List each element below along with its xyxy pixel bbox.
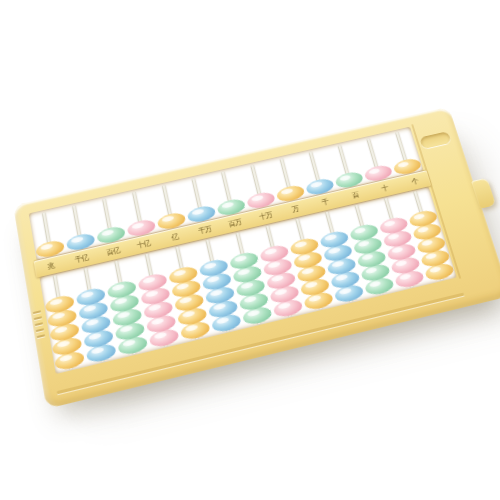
bead-cage: 兆千亿百亿十亿亿千万百万十万万千百十个 [29, 127, 457, 374]
upper-bead[interactable] [186, 204, 216, 224]
upper-bead[interactable] [157, 211, 187, 231]
upper-bead[interactable] [66, 232, 96, 253]
upper-bead[interactable] [96, 225, 126, 245]
right-side-tab [471, 178, 496, 209]
abacus-frame: 兆千亿百亿十亿亿千万百万十万万千百十个 [13, 107, 500, 409]
product-photo-background: 兆千亿百亿十亿亿千万百万十万万千百十个 [0, 0, 500, 500]
upper-bead[interactable] [363, 164, 393, 184]
upper-bead[interactable] [126, 218, 156, 238]
upper-bead[interactable] [246, 190, 276, 210]
upper-bead[interactable] [305, 177, 335, 197]
abacus-board-wrapper: 兆千亿百亿十亿亿千万百万十万万千百十个 [13, 107, 500, 409]
upper-bead[interactable] [334, 170, 364, 190]
upper-bead[interactable] [275, 184, 305, 204]
upper-bead[interactable] [392, 157, 422, 176]
upper-bead[interactable] [35, 239, 65, 260]
frame-emboss-slot [419, 131, 451, 149]
upper-bead[interactable] [216, 197, 246, 217]
grip-ridges [33, 310, 45, 338]
rod-columns [29, 127, 457, 374]
